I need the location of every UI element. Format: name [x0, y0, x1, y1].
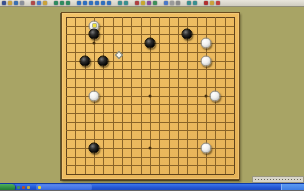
grid-line-horizontal: [66, 113, 234, 114]
black-stone-K16: [145, 38, 156, 49]
nav-forward10-icon[interactable]: [101, 1, 105, 5]
zoom-out-icon[interactable]: [193, 1, 197, 5]
grid-line-vertical: [197, 17, 198, 174]
black-stone-O17: [182, 29, 193, 40]
game-info-icon[interactable]: [164, 1, 168, 5]
grid-line-horizontal: [66, 139, 234, 140]
autoplay-icon[interactable]: [124, 1, 128, 5]
zoom-in-icon[interactable]: [187, 1, 191, 5]
cut-icon[interactable]: [31, 1, 35, 5]
file-new-icon[interactable]: [2, 1, 6, 5]
grid-line-horizontal: [66, 104, 234, 105]
print-icon[interactable]: [20, 1, 24, 5]
white-stone-Q4: [201, 142, 212, 153]
board-medium-icon[interactable]: [60, 1, 64, 5]
status-text-placeholder: [255, 179, 301, 180]
app-task-icon: [38, 186, 41, 189]
quick-launch-area: [15, 186, 30, 189]
grid-line-vertical: [169, 17, 170, 174]
comment-icon[interactable]: [170, 1, 174, 5]
paste-icon[interactable]: [43, 1, 47, 5]
grid-line-horizontal: [66, 122, 234, 123]
file-open-icon[interactable]: [8, 1, 12, 5]
about-icon[interactable]: [210, 1, 214, 5]
windows-taskbar: [0, 183, 304, 190]
last-move-marker: [93, 24, 96, 27]
grid-line-horizontal: [66, 130, 234, 131]
help-icon[interactable]: [204, 1, 208, 5]
grid-line-vertical: [187, 17, 188, 174]
play-icon[interactable]: [118, 1, 122, 5]
toolbar: [0, 0, 304, 7]
nav-forward-icon[interactable]: [95, 1, 99, 5]
nav-first-icon[interactable]: [77, 1, 81, 5]
star-point: [93, 42, 96, 45]
board-large-icon[interactable]: [66, 1, 70, 5]
mark-letter-icon[interactable]: [135, 1, 139, 5]
grid-line-horizontal: [66, 174, 234, 175]
mark-triangle-icon[interactable]: [153, 1, 157, 5]
quicklaunch-2-icon[interactable]: [22, 186, 25, 189]
quicklaunch-1-icon[interactable]: [17, 186, 20, 189]
star-point: [149, 94, 152, 97]
grid-line-vertical: [178, 17, 179, 174]
start-button[interactable]: [0, 184, 15, 191]
grid-line-vertical: [234, 17, 235, 174]
black-stone-C14: [79, 55, 90, 66]
nav-back-icon[interactable]: [89, 1, 93, 5]
white-stone-D10: [89, 90, 100, 101]
exit-icon[interactable]: [216, 1, 220, 5]
star-point: [205, 94, 208, 97]
white-stone-Q14: [201, 55, 212, 66]
grid-line-vertical: [159, 17, 160, 174]
grid-line-vertical: [225, 17, 226, 174]
app-task-button[interactable]: [36, 184, 92, 190]
white-stone-R10: [210, 90, 221, 101]
go-grid: [66, 17, 234, 174]
board-small-icon[interactable]: [54, 1, 58, 5]
system-tray[interactable]: [281, 184, 304, 191]
application-window: [0, 0, 304, 190]
app-status-bar: [252, 176, 304, 183]
mark-square-icon[interactable]: [147, 1, 151, 5]
file-save-icon[interactable]: [14, 1, 18, 5]
mark-number-icon[interactable]: [141, 1, 145, 5]
nav-back10-icon[interactable]: [83, 1, 87, 5]
black-stone-E14: [98, 55, 109, 66]
star-point: [149, 146, 152, 149]
grid-line-horizontal: [66, 157, 234, 158]
nav-last-icon[interactable]: [107, 1, 111, 5]
white-stone-Q16: [201, 38, 212, 49]
tree-view-icon[interactable]: [176, 1, 180, 5]
grid-line-horizontal: [66, 165, 234, 166]
quicklaunch-3-icon[interactable]: [27, 186, 30, 189]
black-stone-D4: [89, 142, 100, 153]
go-board[interactable]: [61, 12, 240, 180]
copy-icon[interactable]: [37, 1, 41, 5]
black-stone-D17: [89, 29, 100, 40]
